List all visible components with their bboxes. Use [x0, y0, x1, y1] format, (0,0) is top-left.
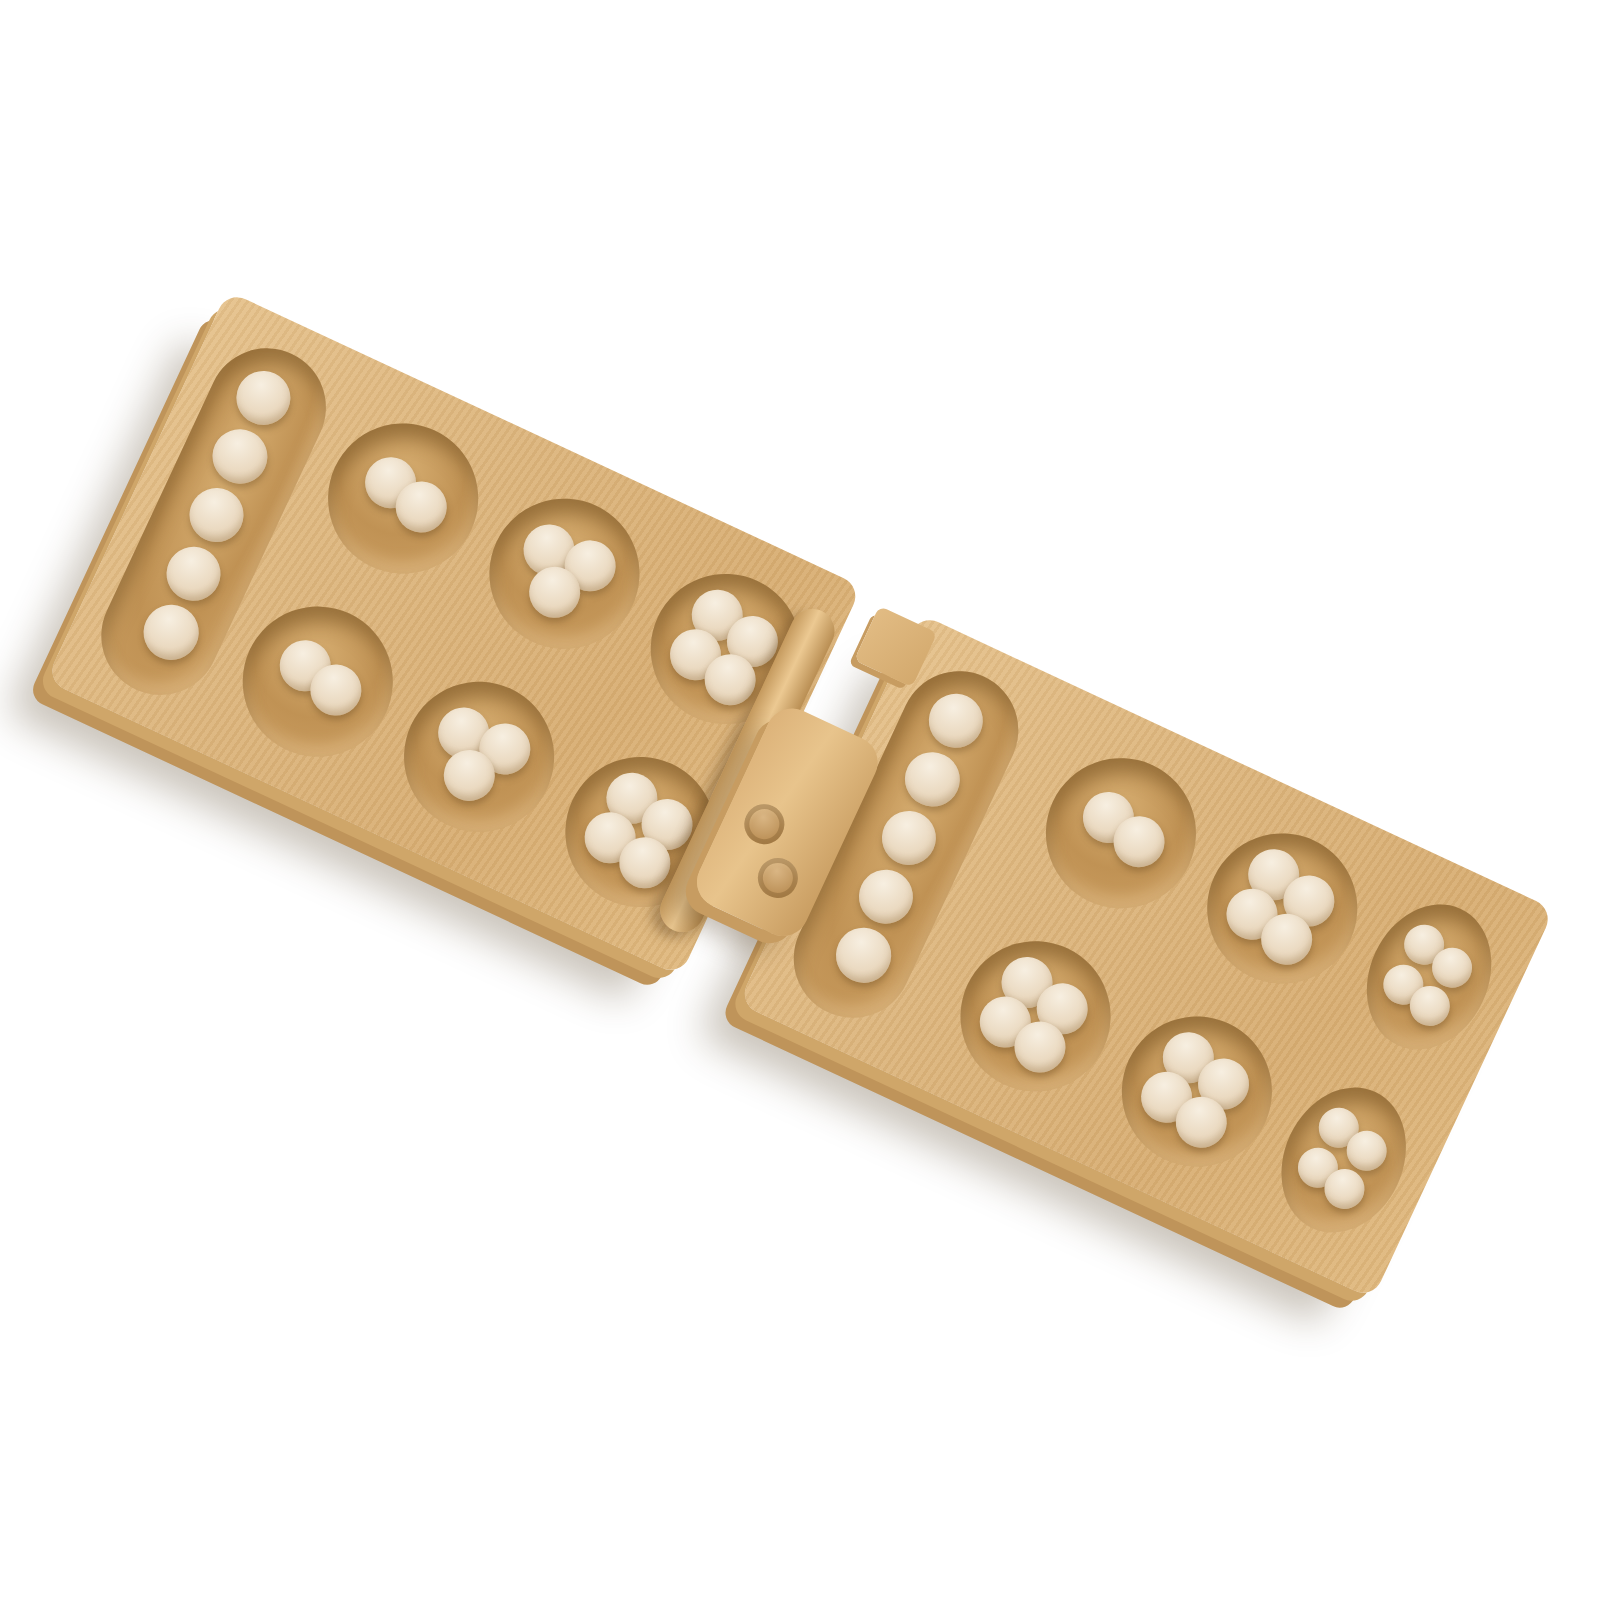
pit-bottom-1 — [218, 582, 417, 781]
stone — [920, 685, 992, 757]
stone — [181, 479, 253, 551]
product-photo-stage: folding two-panel wooden mancala (kalaha… — [0, 0, 1600, 1600]
hinge-dowel-icon — [752, 851, 805, 904]
board-right-half — [738, 614, 1554, 1300]
stone — [873, 802, 945, 874]
stone — [896, 743, 968, 815]
pit-top-2 — [465, 474, 664, 673]
pit-bottom-6 — [1259, 1067, 1429, 1253]
mancala-board — [46, 291, 1555, 1299]
stone — [157, 537, 229, 609]
stone — [850, 860, 922, 932]
stone — [204, 420, 276, 492]
pit-bottom-4 — [936, 917, 1135, 1116]
pit-bottom-2 — [379, 657, 578, 856]
pit-bottom-5 — [1097, 992, 1296, 1191]
pit-top-1 — [303, 399, 502, 598]
stone — [135, 596, 207, 668]
pit-top-4 — [1021, 734, 1220, 933]
board-description: folding two-panel wooden mancala (kalaha… — [0, 0, 1, 1]
hinge-dowel-icon — [738, 798, 791, 851]
pit-top-6 — [1344, 884, 1514, 1070]
stone — [827, 919, 899, 991]
stone — [227, 362, 299, 434]
pit-top-5 — [1183, 809, 1382, 1008]
